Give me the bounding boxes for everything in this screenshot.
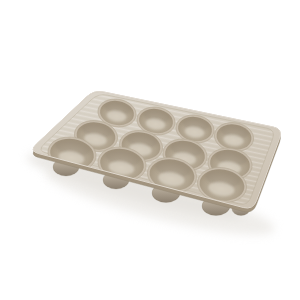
muffin-pan-illustration [0,0,300,300]
product-photo-canvas [0,0,300,300]
